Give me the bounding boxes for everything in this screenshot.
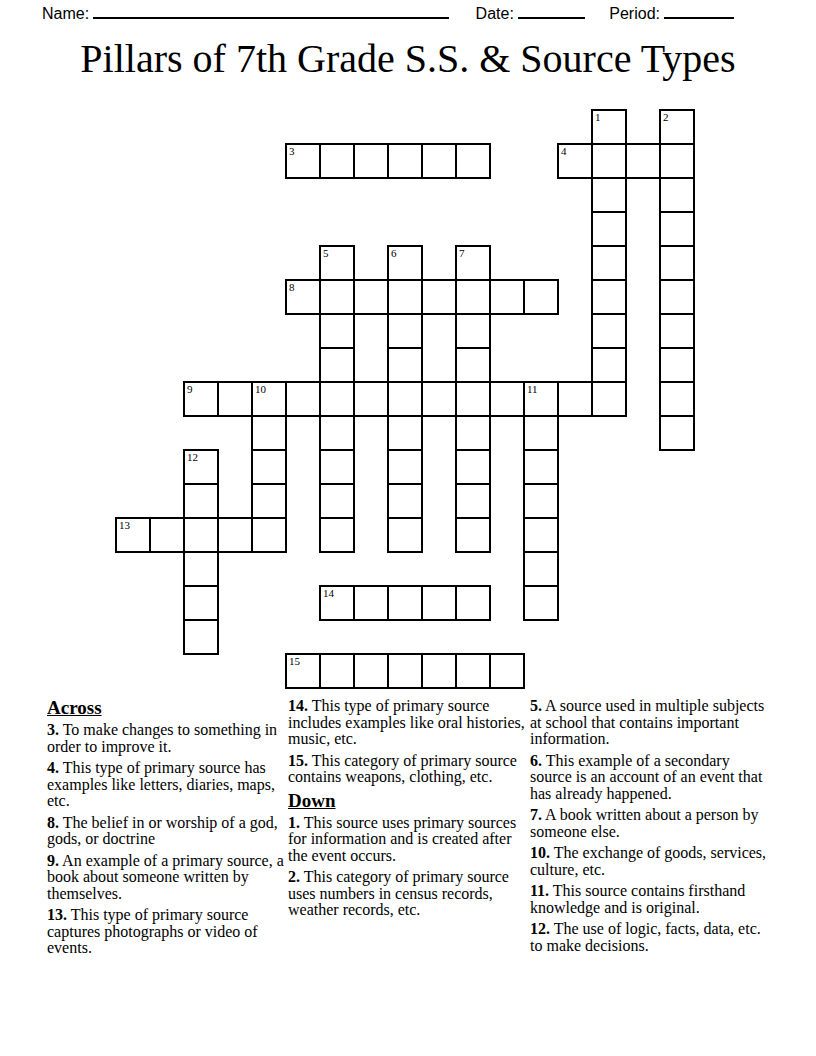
grid-cell[interactable] xyxy=(659,211,695,247)
clue-down-7: 7. A book written about a person by some… xyxy=(530,807,770,840)
grid-cell[interactable] xyxy=(455,483,491,519)
grid-cell[interactable] xyxy=(455,585,491,621)
clue-number: 1 xyxy=(595,112,601,123)
clue-number-label: 1. xyxy=(288,814,300,831)
grid-cell[interactable] xyxy=(591,347,627,383)
clue-number-label: 3. xyxy=(47,721,59,738)
grid-cell[interactable] xyxy=(455,653,491,689)
grid-cell[interactable] xyxy=(387,449,423,485)
clue-number-label: 5. xyxy=(530,697,542,714)
clue-number: 9 xyxy=(187,384,193,395)
grid-cell[interactable] xyxy=(319,279,355,315)
grid-cell[interactable] xyxy=(251,449,287,485)
grid-cell[interactable] xyxy=(387,313,423,349)
clue-number: 5 xyxy=(323,248,329,259)
grid-cell[interactable] xyxy=(353,381,389,417)
grid-cell[interactable] xyxy=(353,585,389,621)
grid-cell[interactable] xyxy=(659,279,695,315)
grid-cell[interactable] xyxy=(523,415,559,451)
clue-list-heading-across: Across xyxy=(47,698,287,718)
grid-cell[interactable] xyxy=(217,381,253,417)
clue-down-2: 2. This category of primary source uses … xyxy=(288,869,528,919)
grid-cell[interactable] xyxy=(421,381,457,417)
grid-cell[interactable] xyxy=(625,143,661,179)
grid-cell[interactable]: 4 xyxy=(557,143,593,179)
clue-across-14: 14. This type of primary source includes… xyxy=(288,698,528,748)
clue-down-6: 6. This example of a secondary source is… xyxy=(530,753,770,803)
grid-cell[interactable] xyxy=(319,381,355,417)
grid-cell[interactable] xyxy=(319,653,355,689)
grid-cell[interactable] xyxy=(455,313,491,349)
clue-across-8: 8. The belief in or worship of a god, go… xyxy=(47,815,287,848)
grid-cell[interactable] xyxy=(455,381,491,417)
clue-number-label: 15. xyxy=(288,752,308,769)
grid-cell[interactable] xyxy=(353,143,389,179)
grid-cell[interactable] xyxy=(455,415,491,451)
date-blank-line[interactable] xyxy=(518,3,585,19)
grid-cell[interactable] xyxy=(421,143,457,179)
grid-cell[interactable]: 3 xyxy=(285,143,321,179)
clue-down-5: 5. A source used in multiple subjects at… xyxy=(530,698,770,748)
clue-number: 3 xyxy=(289,146,295,157)
grid-cell[interactable] xyxy=(251,483,287,519)
grid-cell[interactable] xyxy=(319,143,355,179)
grid-cell[interactable] xyxy=(591,313,627,349)
grid-cell[interactable] xyxy=(387,517,423,553)
grid-cell[interactable] xyxy=(387,381,423,417)
clue-number: 10 xyxy=(255,384,266,395)
grid-cell[interactable] xyxy=(285,381,321,417)
grid-cell[interactable]: 14 xyxy=(319,585,355,621)
grid-cell[interactable]: 1 xyxy=(591,109,627,145)
clue-across-9: 9. An example of a primary source, a boo… xyxy=(47,853,287,903)
header-fields: Name: Date: Period: xyxy=(42,3,802,23)
grid-cell[interactable] xyxy=(489,653,525,689)
clue-number: 15 xyxy=(289,656,300,667)
grid-cell[interactable] xyxy=(591,245,627,281)
clue-number-label: 11. xyxy=(530,882,549,899)
clue-number-label: 14. xyxy=(288,697,308,714)
name-blank-line[interactable] xyxy=(93,3,449,19)
grid-cell[interactable]: 5 xyxy=(319,245,355,281)
clue-number: 6 xyxy=(391,248,397,259)
clue-number-label: 8. xyxy=(47,814,59,831)
period-label: Period: xyxy=(609,5,660,22)
clue-across-13: 13. This type of primary source captures… xyxy=(47,907,287,957)
clues-column-1: Across3. To make changes to something in… xyxy=(47,698,287,962)
grid-cell[interactable] xyxy=(489,279,525,315)
clue-across-3: 3. To make changes to something in order… xyxy=(47,722,287,755)
grid-cell[interactable] xyxy=(455,279,491,315)
clues-column-2: 14. This type of primary source includes… xyxy=(288,698,528,924)
grid-cell[interactable] xyxy=(387,279,423,315)
grid-cell[interactable] xyxy=(319,347,355,383)
grid-cell[interactable]: 11 xyxy=(523,381,559,417)
grid-cell[interactable] xyxy=(591,211,627,247)
grid-cell[interactable] xyxy=(421,585,457,621)
grid-cell[interactable] xyxy=(591,381,627,417)
clue-number-label: 7. xyxy=(530,806,542,823)
grid-cell[interactable] xyxy=(319,483,355,519)
clue-number: 2 xyxy=(663,112,669,123)
grid-cell[interactable] xyxy=(421,279,457,315)
grid-cell[interactable] xyxy=(523,279,559,315)
clue-number-label: 4. xyxy=(47,759,59,776)
grid-cell[interactable]: 12 xyxy=(183,449,219,485)
grid-cell[interactable] xyxy=(455,143,491,179)
grid-cell[interactable] xyxy=(455,517,491,553)
grid-cell[interactable] xyxy=(659,381,695,417)
grid-cell[interactable] xyxy=(217,517,253,553)
clue-number: 12 xyxy=(187,452,198,463)
clue-number: 4 xyxy=(561,146,567,157)
grid-cell[interactable] xyxy=(183,483,219,519)
grid-cell[interactable] xyxy=(387,143,423,179)
grid-cell[interactable]: 13 xyxy=(115,517,151,553)
grid-cell[interactable] xyxy=(319,449,355,485)
grid-cell[interactable] xyxy=(251,415,287,451)
grid-cell[interactable] xyxy=(353,653,389,689)
clue-list-heading-down: Down xyxy=(288,791,528,811)
grid-cell[interactable]: 2 xyxy=(659,109,695,145)
grid-cell[interactable] xyxy=(387,483,423,519)
grid-cell[interactable] xyxy=(523,551,559,587)
grid-cell[interactable] xyxy=(387,415,423,451)
clue-number: 14 xyxy=(323,588,334,599)
clue-across-4: 4. This type of primary source has examp… xyxy=(47,760,287,810)
clue-down-11: 11. This source contains firsthand knowl… xyxy=(530,883,770,916)
grid-cell[interactable] xyxy=(659,177,695,213)
clue-number-label: 12. xyxy=(530,920,550,937)
grid-cell[interactable] xyxy=(421,653,457,689)
clue-number: 7 xyxy=(459,248,465,259)
clue-number: 11 xyxy=(527,384,538,395)
grid-cell[interactable] xyxy=(319,517,355,553)
grid-cell[interactable] xyxy=(523,517,559,553)
clue-number-label: 10. xyxy=(530,844,550,861)
grid-cell[interactable] xyxy=(489,381,525,417)
grid-cell[interactable] xyxy=(523,585,559,621)
grid-cell[interactable] xyxy=(591,177,627,213)
grid-cell[interactable] xyxy=(523,483,559,519)
grid-cell[interactable] xyxy=(183,585,219,621)
grid-cell[interactable] xyxy=(149,517,185,553)
grid-cell[interactable] xyxy=(659,245,695,281)
grid-cell[interactable] xyxy=(455,347,491,383)
grid-cell[interactable] xyxy=(591,143,627,179)
grid-cell[interactable] xyxy=(183,619,219,655)
clue-down-1: 1. This source uses primary sources for … xyxy=(288,815,528,865)
clues-column-3: 5. A source used in multiple subjects at… xyxy=(530,698,770,959)
grid-cell[interactable] xyxy=(591,279,627,315)
date-label: Date: xyxy=(476,5,514,22)
clue-number-label: 13. xyxy=(47,906,67,923)
grid-cell[interactable] xyxy=(387,653,423,689)
clue-number-label: 6. xyxy=(530,752,542,769)
clue-number-label: 2. xyxy=(288,868,300,885)
clue-number: 8 xyxy=(289,282,295,293)
clue-across-15: 15. This category of primary source cont… xyxy=(288,753,528,786)
grid-cell[interactable]: 9 xyxy=(183,381,219,417)
grid-cell[interactable] xyxy=(659,313,695,349)
clue-down-10: 10. The exchange of goods, services, cul… xyxy=(530,845,770,878)
grid-cell[interactable] xyxy=(455,449,491,485)
grid-cell[interactable] xyxy=(387,347,423,383)
grid-cell[interactable] xyxy=(353,279,389,315)
grid-cell[interactable]: 15 xyxy=(285,653,321,689)
grid-cell[interactable] xyxy=(557,381,593,417)
grid-cell[interactable]: 10 xyxy=(251,381,287,417)
grid-cell[interactable] xyxy=(523,449,559,485)
clue-number: 13 xyxy=(119,520,130,531)
grid-cell[interactable]: 8 xyxy=(285,279,321,315)
grid-cell[interactable] xyxy=(659,143,695,179)
grid-cell[interactable] xyxy=(319,415,355,451)
grid-cell[interactable]: 7 xyxy=(455,245,491,281)
grid-cell[interactable] xyxy=(183,551,219,587)
clue-number-label: 9. xyxy=(47,852,59,869)
grid-cell[interactable]: 6 xyxy=(387,245,423,281)
puzzle-title: Pillars of 7th Grade S.S. & Source Types xyxy=(0,39,816,79)
grid-cell[interactable] xyxy=(251,517,287,553)
period-blank-line[interactable] xyxy=(664,3,734,19)
grid-cell[interactable] xyxy=(659,415,695,451)
worksheet-page: { "header": { "name_label": "Name:", "da… xyxy=(0,0,816,1056)
grid-cell[interactable] xyxy=(659,347,695,383)
crossword-grid: 123456789101112131415 xyxy=(115,109,695,689)
clue-down-12: 12. The use of logic, facts, data, etc. … xyxy=(530,921,770,954)
name-label: Name: xyxy=(42,5,89,22)
grid-cell[interactable] xyxy=(387,585,423,621)
grid-cell[interactable] xyxy=(183,517,219,553)
grid-cell[interactable] xyxy=(319,313,355,349)
